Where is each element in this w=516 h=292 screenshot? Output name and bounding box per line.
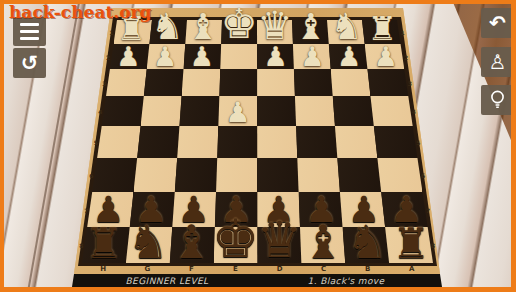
rank-label-left-5: 5: [94, 139, 98, 146]
hamburger-icon: [20, 23, 39, 40]
square-e6[interactable]: [216, 158, 257, 192]
turn-indicator: 1. Black's move: [308, 276, 385, 286]
piece-bN-b8[interactable]: ♞: [347, 219, 388, 265]
piece-wP-c2[interactable]: ♟: [300, 43, 324, 70]
square-e5[interactable]: [217, 126, 257, 158]
hint-button[interactable]: [481, 85, 514, 115]
rank-label-right-4: 4: [412, 108, 416, 115]
square-h3[interactable]: [106, 69, 147, 96]
piece-wP-h2[interactable]: ♟: [116, 43, 140, 70]
square-f4[interactable]: [179, 96, 219, 126]
rank-label-left-8: 8: [79, 242, 83, 249]
square-a5[interactable]: [374, 126, 418, 158]
square-e3[interactable]: [219, 69, 257, 96]
level-label: BEGINNER LEVEL: [126, 276, 209, 286]
square-b5[interactable]: [335, 126, 377, 158]
piece-wP-a2[interactable]: ♟: [374, 43, 398, 70]
rank-label-right-7: 7: [426, 206, 430, 213]
square-f6[interactable]: [175, 158, 217, 192]
square-a4[interactable]: [370, 96, 412, 126]
rank-label-left-7: 7: [84, 206, 88, 213]
rank-label-left-2: 2: [106, 53, 110, 60]
restart-circular-arrow-icon: ↺: [21, 53, 39, 74]
undo-button[interactable]: ↶: [481, 8, 514, 38]
rank-label-right-6: 6: [421, 172, 425, 179]
square-h4[interactable]: [102, 96, 144, 126]
piece-wP-f2[interactable]: ♟: [190, 43, 214, 70]
piece-bB-c8[interactable]: ♝: [303, 219, 344, 265]
piece-wP-b2[interactable]: ♟: [337, 43, 361, 70]
frame-right: [511, 0, 516, 292]
square-c4[interactable]: [295, 96, 335, 126]
square-b3[interactable]: [331, 69, 371, 96]
frame-top: [0, 0, 516, 4]
square-a3[interactable]: [367, 69, 408, 96]
square-d3[interactable]: [257, 69, 295, 96]
square-d6[interactable]: [257, 158, 298, 192]
rank-label-right-5: 5: [416, 139, 420, 146]
piece-wP-e4[interactable]: ♟: [225, 99, 250, 127]
square-c3[interactable]: [294, 69, 333, 96]
piece-bR-a8[interactable]: ♜: [392, 223, 430, 265]
piece-wP-d2[interactable]: ♟: [263, 43, 287, 70]
restart-button[interactable]: ↺: [13, 48, 46, 78]
piece-bB-f8[interactable]: ♝: [171, 219, 212, 265]
rank-label-right-8: 8: [431, 242, 435, 249]
frame-left: [0, 0, 4, 292]
piece-bK-e8[interactable]: ♚: [212, 212, 260, 265]
rank-label-left-3: 3: [102, 79, 106, 86]
square-g4[interactable]: [141, 96, 182, 126]
square-f3[interactable]: [182, 69, 221, 96]
square-h6[interactable]: [92, 158, 137, 192]
piece-bQ-d8[interactable]: ♛: [257, 215, 302, 265]
lightbulb-icon: [489, 89, 506, 111]
rank-label-left-1: 1: [109, 29, 113, 36]
square-g3[interactable]: [144, 69, 184, 96]
square-a6[interactable]: [377, 158, 422, 192]
square-b4[interactable]: [333, 96, 374, 126]
square-g6[interactable]: [134, 158, 178, 192]
square-c5[interactable]: [296, 126, 337, 158]
square-h5[interactable]: [97, 126, 140, 158]
piece-wK-e1[interactable]: ♚: [221, 4, 258, 45]
piece-bR-h8[interactable]: ♜: [85, 223, 123, 265]
piece-style-button[interactable]: ♙: [481, 47, 514, 77]
square-d4[interactable]: [257, 96, 296, 126]
watermark-text: hack-cheat.org: [9, 2, 151, 22]
square-f5[interactable]: [177, 126, 218, 158]
square-b6[interactable]: [337, 158, 381, 192]
rank-label-right-2: 2: [404, 53, 408, 60]
frame-bottom: [0, 287, 516, 292]
pawn-icon: ♙: [489, 52, 507, 72]
square-c6[interactable]: [297, 158, 340, 192]
rank-label-left-4: 4: [98, 108, 102, 115]
undo-arrow-icon: ↶: [489, 13, 506, 33]
square-d5[interactable]: [257, 126, 297, 158]
piece-bN-g8[interactable]: ♞: [127, 219, 168, 265]
rank-label-right-1: 1: [400, 29, 404, 36]
rank-label-left-6: 6: [89, 172, 93, 179]
piece-wQ-d1[interactable]: ♛: [258, 6, 293, 45]
chess-app-screen: 1122334455667788HGFEDCBA♜♞♝♚♛♝♞♜♟♟♟♟♟♟♟♟…: [0, 0, 516, 292]
piece-wP-g2[interactable]: ♟: [153, 43, 177, 70]
rank-label-right-3: 3: [408, 79, 412, 86]
square-g5[interactable]: [137, 126, 179, 158]
